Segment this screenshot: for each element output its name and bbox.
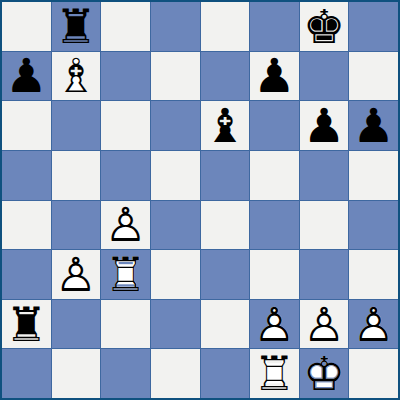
square-e6[interactable]: ♝ <box>201 101 250 150</box>
square-h5[interactable] <box>349 151 398 200</box>
square-e7[interactable] <box>201 52 250 101</box>
square-e8[interactable] <box>201 2 250 51</box>
piece-outline-layer: ♙ <box>250 300 299 349</box>
square-c5[interactable] <box>101 151 150 200</box>
white-rook-icon[interactable]: ♜♖ <box>101 250 150 299</box>
square-a8[interactable] <box>2 2 51 51</box>
square-b8[interactable]: ♜ <box>52 2 101 51</box>
piece-outline-layer: ♖ <box>250 349 299 398</box>
square-h2[interactable]: ♟♙ <box>349 300 398 349</box>
square-d1[interactable] <box>151 349 200 398</box>
square-a5[interactable] <box>2 151 51 200</box>
square-a4[interactable] <box>2 201 51 250</box>
square-g8[interactable]: ♚ <box>300 2 349 51</box>
black-pawn-icon[interactable]: ♟ <box>300 101 349 150</box>
square-f8[interactable] <box>250 2 299 51</box>
square-g4[interactable] <box>300 201 349 250</box>
square-g2[interactable]: ♟♙ <box>300 300 349 349</box>
square-h3[interactable] <box>349 250 398 299</box>
piece-outline-layer: ♙ <box>349 300 398 349</box>
square-g7[interactable] <box>300 52 349 101</box>
square-c8[interactable] <box>101 2 150 51</box>
square-d6[interactable] <box>151 101 200 150</box>
black-rook-icon[interactable]: ♜ <box>2 300 51 349</box>
white-pawn-icon[interactable]: ♟♙ <box>349 300 398 349</box>
square-e2[interactable] <box>201 300 250 349</box>
square-e4[interactable] <box>201 201 250 250</box>
square-f3[interactable] <box>250 250 299 299</box>
square-b3[interactable]: ♟♙ <box>52 250 101 299</box>
square-a1[interactable] <box>2 349 51 398</box>
square-g5[interactable] <box>300 151 349 200</box>
square-b1[interactable] <box>52 349 101 398</box>
square-f4[interactable] <box>250 201 299 250</box>
square-d5[interactable] <box>151 151 200 200</box>
piece-outline-layer: ♙ <box>101 201 150 250</box>
square-f6[interactable] <box>250 101 299 150</box>
white-rook-icon[interactable]: ♜♖ <box>250 349 299 398</box>
square-h6[interactable]: ♟ <box>349 101 398 150</box>
square-h8[interactable] <box>349 2 398 51</box>
square-c3[interactable]: ♜♖ <box>101 250 150 299</box>
black-rook-icon[interactable]: ♜ <box>52 2 101 51</box>
square-e1[interactable] <box>201 349 250 398</box>
black-bishop-icon[interactable]: ♝ <box>201 101 250 150</box>
piece-outline-layer: ♗ <box>52 52 101 101</box>
square-d4[interactable] <box>151 201 200 250</box>
square-b7[interactable]: ♝♗ <box>52 52 101 101</box>
black-pawn-icon[interactable]: ♟ <box>2 52 51 101</box>
white-pawn-icon[interactable]: ♟♙ <box>250 300 299 349</box>
square-f2[interactable]: ♟♙ <box>250 300 299 349</box>
black-king-icon[interactable]: ♚ <box>300 2 349 51</box>
square-b4[interactable] <box>52 201 101 250</box>
square-b6[interactable] <box>52 101 101 150</box>
square-c7[interactable] <box>101 52 150 101</box>
square-d2[interactable] <box>151 300 200 349</box>
square-a2[interactable]: ♜ <box>2 300 51 349</box>
square-f1[interactable]: ♜♖ <box>250 349 299 398</box>
chess-board-wrap: ♜♚♟♝♗♟♝♟♟♟♙♟♙♜♖♜♟♙♟♙♟♙♜♖♚♔ <box>0 0 400 400</box>
square-f7[interactable]: ♟ <box>250 52 299 101</box>
square-d3[interactable] <box>151 250 200 299</box>
square-a3[interactable] <box>2 250 51 299</box>
square-a6[interactable] <box>2 101 51 150</box>
chess-board: ♜♚♟♝♗♟♝♟♟♟♙♟♙♜♖♜♟♙♟♙♟♙♜♖♚♔ <box>0 0 400 400</box>
piece-outline-layer: ♖ <box>101 250 150 299</box>
piece-outline-layer: ♙ <box>52 250 101 299</box>
square-a7[interactable]: ♟ <box>2 52 51 101</box>
square-h1[interactable] <box>349 349 398 398</box>
square-e3[interactable] <box>201 250 250 299</box>
piece-outline-layer: ♔ <box>300 349 349 398</box>
piece-outline-layer: ♙ <box>300 300 349 349</box>
square-d7[interactable] <box>151 52 200 101</box>
square-g6[interactable]: ♟ <box>300 101 349 150</box>
square-c2[interactable] <box>101 300 150 349</box>
square-c4[interactable]: ♟♙ <box>101 201 150 250</box>
square-c1[interactable] <box>101 349 150 398</box>
white-pawn-icon[interactable]: ♟♙ <box>300 300 349 349</box>
square-h7[interactable] <box>349 52 398 101</box>
square-d8[interactable] <box>151 2 200 51</box>
square-c6[interactable] <box>101 101 150 150</box>
black-pawn-icon[interactable]: ♟ <box>349 101 398 150</box>
square-g3[interactable] <box>300 250 349 299</box>
square-e5[interactable] <box>201 151 250 200</box>
square-g1[interactable]: ♚♔ <box>300 349 349 398</box>
black-pawn-icon[interactable]: ♟ <box>250 52 299 101</box>
white-pawn-icon[interactable]: ♟♙ <box>101 201 150 250</box>
white-pawn-icon[interactable]: ♟♙ <box>52 250 101 299</box>
square-h4[interactable] <box>349 201 398 250</box>
white-bishop-icon[interactable]: ♝♗ <box>52 52 101 101</box>
square-b2[interactable] <box>52 300 101 349</box>
square-b5[interactable] <box>52 151 101 200</box>
square-f5[interactable] <box>250 151 299 200</box>
white-king-icon[interactable]: ♚♔ <box>300 349 349 398</box>
